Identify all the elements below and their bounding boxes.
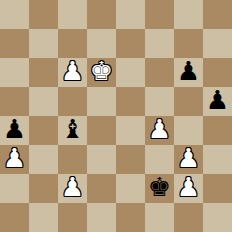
- square-e6[interactable]: [116, 58, 145, 87]
- piece-black-bishop-c4[interactable]: ♝: [61, 115, 84, 144]
- square-h6[interactable]: [203, 58, 232, 87]
- square-a4[interactable]: ♟: [0, 116, 29, 145]
- square-b5[interactable]: [29, 87, 58, 116]
- square-f4[interactable]: ♟: [145, 116, 174, 145]
- square-a3[interactable]: ♟: [0, 145, 29, 174]
- square-e2[interactable]: [116, 174, 145, 203]
- square-a6[interactable]: [0, 58, 29, 87]
- square-e3[interactable]: [116, 145, 145, 174]
- square-h2[interactable]: [203, 174, 232, 203]
- square-e5[interactable]: [116, 87, 145, 116]
- square-a2[interactable]: [0, 174, 29, 203]
- square-d6[interactable]: ♚: [87, 58, 116, 87]
- square-d5[interactable]: [87, 87, 116, 116]
- square-b7[interactable]: [29, 29, 58, 58]
- square-b1[interactable]: [29, 203, 58, 232]
- square-d8[interactable]: [87, 0, 116, 29]
- square-g6[interactable]: ♟: [174, 58, 203, 87]
- square-c8[interactable]: [58, 0, 87, 29]
- square-b6[interactable]: [29, 58, 58, 87]
- square-d3[interactable]: [87, 145, 116, 174]
- square-d7[interactable]: [87, 29, 116, 58]
- square-c4[interactable]: ♝: [58, 116, 87, 145]
- square-c1[interactable]: [58, 203, 87, 232]
- square-d2[interactable]: [87, 174, 116, 203]
- square-d4[interactable]: [87, 116, 116, 145]
- square-g5[interactable]: [174, 87, 203, 116]
- square-c2[interactable]: ♟: [58, 174, 87, 203]
- square-h5[interactable]: ♟: [203, 87, 232, 116]
- square-h1[interactable]: [203, 203, 232, 232]
- piece-white-pawn-c6[interactable]: ♟: [61, 57, 84, 86]
- square-c3[interactable]: [58, 145, 87, 174]
- square-f5[interactable]: [145, 87, 174, 116]
- square-h3[interactable]: [203, 145, 232, 174]
- square-g1[interactable]: [174, 203, 203, 232]
- square-g7[interactable]: [174, 29, 203, 58]
- square-b8[interactable]: [29, 0, 58, 29]
- square-g2[interactable]: ♟: [174, 174, 203, 203]
- square-b4[interactable]: [29, 116, 58, 145]
- square-c7[interactable]: [58, 29, 87, 58]
- square-a5[interactable]: [0, 87, 29, 116]
- square-h4[interactable]: [203, 116, 232, 145]
- square-a8[interactable]: [0, 0, 29, 29]
- square-h7[interactable]: [203, 29, 232, 58]
- square-b3[interactable]: [29, 145, 58, 174]
- piece-black-pawn-g6[interactable]: ♟: [177, 57, 200, 86]
- piece-black-pawn-a4[interactable]: ♟: [3, 115, 26, 144]
- piece-white-pawn-g3[interactable]: ♟: [177, 144, 200, 173]
- piece-white-pawn-g2[interactable]: ♟: [177, 173, 200, 202]
- piece-white-king-d6[interactable]: ♚: [90, 57, 113, 86]
- square-g8[interactable]: [174, 0, 203, 29]
- square-b2[interactable]: [29, 174, 58, 203]
- piece-white-pawn-f4[interactable]: ♟: [148, 115, 171, 144]
- square-g4[interactable]: [174, 116, 203, 145]
- chess-board: ♟♚♟♟♟♝♟♟♟♟♚♟: [0, 0, 232, 232]
- square-a1[interactable]: [0, 203, 29, 232]
- square-e4[interactable]: [116, 116, 145, 145]
- square-c6[interactable]: ♟: [58, 58, 87, 87]
- square-f1[interactable]: [145, 203, 174, 232]
- square-f2[interactable]: ♚: [145, 174, 174, 203]
- piece-black-pawn-h5[interactable]: ♟: [206, 86, 229, 115]
- piece-white-pawn-c2[interactable]: ♟: [61, 173, 84, 202]
- square-e8[interactable]: [116, 0, 145, 29]
- square-e7[interactable]: [116, 29, 145, 58]
- square-c5[interactable]: [58, 87, 87, 116]
- square-e1[interactable]: [116, 203, 145, 232]
- square-f8[interactable]: [145, 0, 174, 29]
- piece-black-king-f2[interactable]: ♚: [148, 173, 171, 202]
- square-g3[interactable]: ♟: [174, 145, 203, 174]
- square-f3[interactable]: [145, 145, 174, 174]
- square-f6[interactable]: [145, 58, 174, 87]
- square-d1[interactable]: [87, 203, 116, 232]
- piece-white-pawn-a3[interactable]: ♟: [3, 144, 26, 173]
- square-a7[interactable]: [0, 29, 29, 58]
- square-f7[interactable]: [145, 29, 174, 58]
- square-h8[interactable]: [203, 0, 232, 29]
